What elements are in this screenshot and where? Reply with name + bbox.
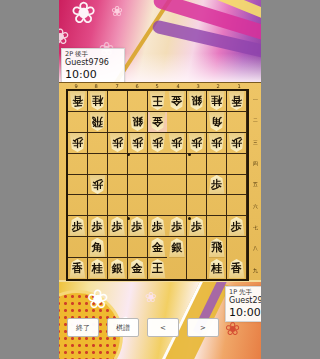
square-8e[interactable]: 歩 [88,175,108,196]
square-3h[interactable] [187,237,207,258]
file-label: 1 [230,83,247,88]
player-name: Guest9796 [65,58,121,68]
rank-label: 二 [251,112,260,129]
square-5i[interactable]: 王 [148,258,168,279]
shogi-piece-gote[interactable]: 歩 [69,133,86,152]
rank-label: 五 [251,176,260,193]
square-1h[interactable] [227,237,247,258]
shogi-piece-sente[interactable]: 飛 [208,238,225,257]
square-7c[interactable]: 歩 [108,133,128,154]
shogi-piece-gote[interactable]: 桂 [208,91,225,110]
shogi-piece-sente[interactable]: 銀 [109,259,126,278]
square-9a[interactable]: 香 [68,91,88,112]
square-5f[interactable] [148,195,168,216]
rank-labels: 一二三四五六七八九 [250,89,261,281]
shogi-piece-gote[interactable]: 歩 [228,133,245,152]
game-controls: 終了 棋譜 < > [67,318,219,337]
shogi-piece-sente[interactable]: 王 [149,259,166,278]
end-game-button[interactable]: 終了 [67,318,99,337]
square-3f[interactable] [187,195,207,216]
square-7e[interactable] [108,175,128,196]
shogi-piece-sente[interactable]: 金 [149,238,166,257]
shogi-piece-sente[interactable]: 歩 [168,217,185,236]
square-4i[interactable] [167,258,187,279]
square-8i[interactable]: 桂 [88,258,108,279]
square-3i[interactable] [187,258,207,279]
player-name: Guest2949 [229,296,261,306]
rank-label: 一 [251,91,260,108]
square-7b[interactable] [108,112,128,133]
square-4b[interactable] [167,112,187,133]
prev-move-button[interactable]: < [147,318,179,337]
square-7a[interactable] [108,91,128,112]
player-panel-sente: 1P 先手 Guest2949 10:00 [225,286,261,322]
square-8d[interactable] [88,154,108,175]
game-record-button[interactable]: 棋譜 [107,318,139,337]
shogi-piece-gote[interactable]: 飛 [89,112,106,131]
star-point [188,217,191,220]
shogi-piece-gote[interactable]: 角 [208,112,225,131]
square-8b[interactable]: 飛 [88,112,108,133]
square-3b[interactable] [187,112,207,133]
square-1d[interactable] [227,154,247,175]
sakura-flower-icon: ❀ [225,320,240,338]
square-6e[interactable] [128,175,148,196]
rank-label: 四 [251,155,260,172]
square-3d[interactable] [187,154,207,175]
player-panel-gote: 2P 後手 Guest9796 10:00 [61,48,125,84]
shogi-piece-gote[interactable]: 歩 [89,175,106,194]
rank-label: 九 [251,262,260,279]
sakura-flower-icon: ❀ [59,26,69,48]
square-6i[interactable]: 金 [128,258,148,279]
square-4d[interactable] [167,154,187,175]
shogi-piece-sente[interactable]: 歩 [109,217,126,236]
rank-label: 八 [251,240,260,257]
square-2b[interactable]: 角 [207,112,227,133]
file-label: 7 [108,83,125,88]
square-7d[interactable] [108,154,128,175]
shogi-piece-sente[interactable]: 歩 [129,217,146,236]
star-point [127,217,130,220]
shogi-piece-gote[interactable]: 歩 [208,133,225,152]
square-3c[interactable]: 歩 [187,133,207,154]
shogi-piece-sente[interactable]: 歩 [208,175,225,194]
square-6g[interactable]: 歩 [128,216,148,237]
square-2e[interactable]: 歩 [207,175,227,196]
square-4f[interactable] [167,195,187,216]
shogi-piece-sente[interactable]: 香 [228,259,245,278]
rank-label: 三 [251,134,260,151]
rank-label: 六 [251,198,260,215]
square-4h[interactable]: 銀 [167,237,187,258]
rank-label: 七 [251,219,260,236]
shogi-piece-gote[interactable]: 銀 [129,112,146,131]
board-grid: 香桂王金銀桂香飛銀金角歩歩歩歩歩歩歩歩歩歩歩歩歩歩歩歩歩歩角金銀飛香桂銀金王桂香 [66,89,249,281]
shogi-piece-gote[interactable]: 王 [149,91,166,110]
player-role: 1P 先手 [229,288,261,296]
square-6c[interactable]: 歩 [128,133,148,154]
star-point [127,153,130,156]
file-label: 3 [189,83,206,88]
square-3a[interactable]: 銀 [187,91,207,112]
square-1g[interactable]: 歩 [227,216,247,237]
square-2d[interactable] [207,154,227,175]
shogi-piece-sente[interactable]: 桂 [89,259,106,278]
square-2c[interactable]: 歩 [207,133,227,154]
shogi-piece-sente[interactable]: 歩 [89,217,106,236]
shogi-piece-sente[interactable]: 桂 [208,259,225,278]
shogi-piece-sente[interactable]: 金 [129,259,146,278]
file-label: 6 [129,83,146,88]
shogi-piece-sente[interactable]: 歩 [188,217,205,236]
square-1f[interactable] [227,195,247,216]
sakura-flower-icon: ❀ [87,286,109,312]
player-clock: 10:00 [65,68,121,81]
shogi-piece-gote[interactable]: 歩 [129,133,146,152]
player-clock: 10:00 [229,306,261,319]
square-8c[interactable] [88,133,108,154]
square-5c[interactable]: 歩 [148,133,168,154]
square-9d[interactable] [68,154,88,175]
player-role: 2P 後手 [65,50,121,58]
square-6b[interactable]: 銀 [128,112,148,133]
square-1e[interactable] [227,175,247,196]
square-4a[interactable]: 金 [167,91,187,112]
shogi-piece-sente[interactable]: 歩 [149,217,166,236]
file-label: 2 [210,83,227,88]
square-5b[interactable]: 金 [148,112,168,133]
shogi-piece-sente[interactable]: 銀 [168,238,185,257]
star-point [188,153,191,156]
sakura-flower-icon: ❀ [71,0,96,28]
sakura-flower-icon: ❀ [111,4,123,18]
square-7f[interactable] [108,195,128,216]
square-9g[interactable]: 歩 [68,216,88,237]
next-move-button[interactable]: > [187,318,219,337]
square-5e[interactable] [148,175,168,196]
square-5d[interactable] [148,154,168,175]
square-4e[interactable] [167,175,187,196]
file-label: 8 [88,83,105,88]
square-2f[interactable] [207,195,227,216]
square-5a[interactable]: 王 [148,91,168,112]
square-9e[interactable] [68,175,88,196]
square-2h[interactable]: 飛 [207,237,227,258]
shogi-piece-gote[interactable]: 歩 [109,133,126,152]
square-7h[interactable] [108,237,128,258]
square-6f[interactable] [128,195,148,216]
file-label: 4 [169,83,186,88]
shogi-piece-sente[interactable]: 歩 [69,217,86,236]
app-screen: ❀ ❀ ❀ ❀ ❀ ❀ ❀ ❀ ❀ ❀ 2P 後手 Guest9796 10:0… [59,0,261,359]
shogi-piece-gote[interactable]: 歩 [188,133,205,152]
square-1b[interactable] [227,112,247,133]
square-3e[interactable] [187,175,207,196]
square-6h[interactable] [128,237,148,258]
sakura-flower-icon: ❀ [145,290,157,304]
shogi-piece-gote[interactable]: 香 [69,91,86,110]
square-2a[interactable]: 桂 [207,91,227,112]
square-8a[interactable]: 桂 [88,91,108,112]
file-label: 9 [68,83,85,88]
square-1a[interactable]: 香 [227,91,247,112]
square-9c[interactable]: 歩 [68,133,88,154]
shogi-piece-gote[interactable]: 桂 [89,91,106,110]
square-2g[interactable] [207,216,227,237]
shogi-piece-sente[interactable]: 歩 [228,217,245,236]
square-9f[interactable] [68,195,88,216]
square-9b[interactable] [68,112,88,133]
square-1i[interactable]: 香 [227,258,247,279]
square-4g[interactable]: 歩 [167,216,187,237]
square-6d[interactable] [128,154,148,175]
shogi-board: 987654321 一二三四五六七八九 香桂王金銀桂香飛銀金角歩歩歩歩歩歩歩歩歩… [59,82,261,282]
square-8h[interactable]: 角 [88,237,108,258]
square-9i[interactable]: 香 [68,258,88,279]
square-2i[interactable]: 桂 [207,258,227,279]
shogi-piece-gote[interactable]: 銀 [188,91,205,110]
square-4c[interactable]: 歩 [167,133,187,154]
shogi-piece-gote[interactable]: 香 [228,91,245,110]
shogi-piece-sente[interactable]: 香 [69,259,86,278]
square-8f[interactable] [88,195,108,216]
square-8g[interactable]: 歩 [88,216,108,237]
shogi-piece-gote[interactable]: 金 [149,112,166,131]
square-1c[interactable]: 歩 [227,133,247,154]
square-5g[interactable]: 歩 [148,216,168,237]
shogi-piece-gote[interactable]: 金 [168,91,185,110]
shogi-piece-gote[interactable]: 歩 [149,133,166,152]
shogi-piece-sente[interactable]: 角 [89,238,106,257]
square-9h[interactable] [68,237,88,258]
square-7i[interactable]: 銀 [108,258,128,279]
shogi-piece-gote[interactable]: 歩 [168,133,185,152]
square-6a[interactable] [128,91,148,112]
square-7g[interactable]: 歩 [108,216,128,237]
file-label: 5 [149,83,166,88]
square-5h[interactable]: 金 [148,237,168,258]
